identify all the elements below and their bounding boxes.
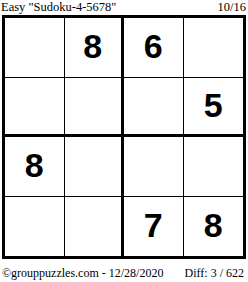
cell-r1c2: 8: [65, 18, 125, 78]
cell-r4c1: [5, 197, 65, 257]
puzzle-page: Easy "Sudoku-4-5678" 10/16 865878 ©group…: [0, 0, 248, 282]
cell-r2c3: [124, 78, 184, 138]
cell-r1c1: [5, 18, 65, 78]
cell-r3c2: [65, 137, 125, 197]
page-footer: ©grouppuzzles.com - 12/28/2020 Diff: 3 /…: [0, 266, 248, 280]
cell-r2c1: [5, 78, 65, 138]
cell-r4c3: 7: [124, 197, 184, 257]
sudoku-board: 865878: [2, 15, 246, 259]
cell-r4c4: 8: [184, 197, 244, 257]
cell-r3c1: 8: [5, 137, 65, 197]
page-title: Easy "Sudoku-4-5678": [1, 0, 116, 14]
page-number: 10/16: [218, 0, 246, 14]
cell-r2c2: [65, 78, 125, 138]
copyright-text: ©grouppuzzles.com - 12/28/2020: [2, 266, 163, 280]
difficulty-text: Diff: 3 / 622: [185, 266, 244, 280]
cell-r1c3: 6: [124, 18, 184, 78]
cell-r2c4: 5: [184, 78, 244, 138]
cell-r3c4: [184, 137, 244, 197]
cell-r1c4: [184, 18, 244, 78]
page-header: Easy "Sudoku-4-5678" 10/16: [0, 0, 248, 14]
cell-r4c2: [65, 197, 125, 257]
cell-r3c3: [124, 137, 184, 197]
